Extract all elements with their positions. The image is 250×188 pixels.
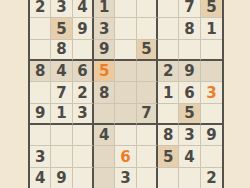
cell-r3c4[interactable]: 9 — [94, 40, 115, 61]
digit: 1 — [206, 20, 216, 38]
digit: 3 — [184, 126, 194, 144]
digit: 8 — [184, 20, 194, 38]
cell-r7c4[interactable]: 4 — [94, 125, 115, 146]
cell-r7c9[interactable]: 9 — [201, 125, 222, 146]
cell-r2c9[interactable]: 1 — [201, 18, 222, 39]
digit: 9 — [35, 104, 45, 122]
digit: 5 — [56, 20, 66, 38]
cell-r3c2[interactable]: 8 — [51, 40, 72, 61]
cell-r2c2[interactable]: 5 — [51, 18, 72, 39]
cell-r3c7[interactable] — [158, 40, 179, 61]
cell-r7c1[interactable] — [30, 125, 51, 146]
digit: 9 — [184, 62, 194, 80]
cell-r8c4[interactable] — [94, 146, 115, 167]
cell-r5c6[interactable] — [137, 82, 158, 103]
cell-r6c5[interactable] — [115, 104, 136, 125]
cell-r1c8[interactable]: 7 — [179, 0, 200, 18]
digit: 5 — [163, 148, 173, 166]
cell-r1c4[interactable]: 1 — [94, 0, 115, 18]
cell-r5c7[interactable]: 1 — [158, 82, 179, 103]
cell-r2c7[interactable] — [158, 18, 179, 39]
cell-r9c3[interactable] — [73, 168, 94, 188]
cell-r6c4[interactable] — [94, 104, 115, 125]
cell-r8c1[interactable]: 3 — [30, 146, 51, 167]
cell-r9c1[interactable]: 4 — [30, 168, 51, 188]
cell-r5c2[interactable]: 7 — [51, 82, 72, 103]
cell-r3c8[interactable] — [179, 40, 200, 61]
cell-r2c5[interactable] — [115, 18, 136, 39]
cell-r4c5[interactable] — [115, 61, 136, 82]
digit: 6 — [184, 84, 194, 102]
digit: 1 — [99, 0, 109, 16]
game-screen: 2341755938189584652972816391375483936544… — [0, 0, 250, 188]
cell-r1c7[interactable] — [158, 0, 179, 18]
digit: 3 — [35, 148, 45, 166]
digit: 3 — [120, 169, 130, 187]
cell-r6c1[interactable]: 9 — [30, 104, 51, 125]
cell-r8c5[interactable]: 6 — [115, 146, 136, 167]
cell-r7c2[interactable] — [51, 125, 72, 146]
cell-r5c8[interactable]: 6 — [179, 82, 200, 103]
cell-r3c5[interactable] — [115, 40, 136, 61]
cell-r4c9[interactable] — [201, 61, 222, 82]
cell-r2c3[interactable]: 9 — [73, 18, 94, 39]
cell-r7c3[interactable] — [73, 125, 94, 146]
digit: 4 — [184, 148, 194, 166]
cell-r9c5[interactable]: 3 — [115, 168, 136, 188]
cell-r4c3[interactable]: 6 — [73, 61, 94, 82]
cell-r5c3[interactable]: 2 — [73, 82, 94, 103]
cell-r9c7[interactable] — [158, 168, 179, 188]
digit: 3 — [77, 104, 87, 122]
digit: 3 — [206, 84, 216, 102]
cell-r1c6[interactable] — [137, 0, 158, 18]
cell-r3c3[interactable] — [73, 40, 94, 61]
digit: 7 — [56, 84, 66, 102]
digit: 8 — [35, 62, 45, 80]
digit: 2 — [206, 169, 216, 187]
cell-r2c1[interactable] — [30, 18, 51, 39]
cell-r1c2[interactable]: 3 — [51, 0, 72, 18]
cell-r6c6[interactable]: 7 — [137, 104, 158, 125]
digit: 4 — [99, 126, 109, 144]
digit: 2 — [35, 0, 45, 16]
digit: 5 — [206, 0, 216, 16]
cell-r5c5[interactable] — [115, 82, 136, 103]
digit: 3 — [99, 20, 109, 38]
cell-r3c9[interactable] — [201, 40, 222, 61]
cell-r8c9[interactable] — [201, 146, 222, 167]
cell-r1c5[interactable] — [115, 0, 136, 18]
digit: 4 — [77, 0, 87, 16]
cell-r9c8[interactable] — [179, 168, 200, 188]
cell-r3c6[interactable]: 5 — [137, 40, 158, 61]
digit: 2 — [77, 84, 87, 102]
cell-r7c8[interactable]: 3 — [179, 125, 200, 146]
cell-r4c2[interactable]: 4 — [51, 61, 72, 82]
cell-r4c7[interactable]: 2 — [158, 61, 179, 82]
cell-r9c2[interactable]: 9 — [51, 168, 72, 188]
cell-r4c8[interactable]: 9 — [179, 61, 200, 82]
digit: 4 — [35, 169, 45, 187]
digit: 5 — [99, 62, 109, 80]
cell-r1c3[interactable]: 4 — [73, 0, 94, 18]
cell-r4c4[interactable]: 5 — [94, 61, 115, 82]
digit: 6 — [77, 62, 87, 80]
digit: 6 — [120, 148, 130, 166]
cell-r6c3[interactable]: 3 — [73, 104, 94, 125]
digit: 1 — [163, 84, 173, 102]
cell-r8c3[interactable] — [73, 146, 94, 167]
digit: 9 — [99, 40, 109, 58]
cell-r5c1[interactable] — [30, 82, 51, 103]
cell-r4c1[interactable]: 8 — [30, 61, 51, 82]
cell-r8c6[interactable] — [137, 146, 158, 167]
cell-r7c6[interactable] — [137, 125, 158, 146]
cell-r7c5[interactable] — [115, 125, 136, 146]
cell-r2c6[interactable] — [137, 18, 158, 39]
digit: 3 — [56, 0, 66, 16]
cell-r1c9[interactable]: 5 — [201, 0, 222, 18]
digit: 8 — [163, 126, 173, 144]
cell-r9c9[interactable]: 2 — [201, 168, 222, 188]
digit: 5 — [184, 104, 194, 122]
cell-r5c4[interactable]: 8 — [94, 82, 115, 103]
digit: 8 — [56, 40, 66, 58]
cell-r9c4[interactable] — [94, 168, 115, 188]
cell-r4c6[interactable] — [137, 61, 158, 82]
digit: 9 — [77, 20, 87, 38]
cell-r6c7[interactable] — [158, 104, 179, 125]
digit: 7 — [184, 0, 194, 16]
digit: 1 — [56, 104, 66, 122]
digit: 7 — [141, 104, 151, 122]
cell-r3c1[interactable] — [30, 40, 51, 61]
digit: 8 — [99, 84, 109, 102]
cell-r6c9[interactable] — [201, 104, 222, 125]
digit: 4 — [56, 62, 66, 80]
sudoku-board: 2341755938189584652972816391375483936544… — [28, 0, 224, 188]
cell-r1c1[interactable]: 2 — [30, 0, 51, 18]
cell-r8c2[interactable] — [51, 146, 72, 167]
cell-r7c7[interactable]: 8 — [158, 125, 179, 146]
digit: 5 — [141, 40, 151, 58]
cell-r6c8[interactable]: 5 — [179, 104, 200, 125]
cell-r5c9[interactable]: 3 — [201, 82, 222, 103]
digit: 2 — [163, 62, 173, 80]
cell-r6c2[interactable]: 1 — [51, 104, 72, 125]
cell-r2c4[interactable]: 3 — [94, 18, 115, 39]
cell-r8c7[interactable]: 5 — [158, 146, 179, 167]
cell-r2c8[interactable]: 8 — [179, 18, 200, 39]
cell-r8c8[interactable]: 4 — [179, 146, 200, 167]
digit: 9 — [56, 169, 66, 187]
cell-r9c6[interactable] — [137, 168, 158, 188]
digit: 9 — [206, 126, 216, 144]
